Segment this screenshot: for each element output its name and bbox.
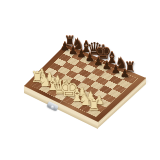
product-photo: ♜♞♝♛♚♝♞♜♟♟♟♟♟♟♟♟♟♟♟♟♟♟♟♟♜♞♝♛♚♝♞♜ [0, 0, 160, 160]
clasp-knob-icon [50, 104, 55, 109]
chess-board [24, 44, 146, 122]
